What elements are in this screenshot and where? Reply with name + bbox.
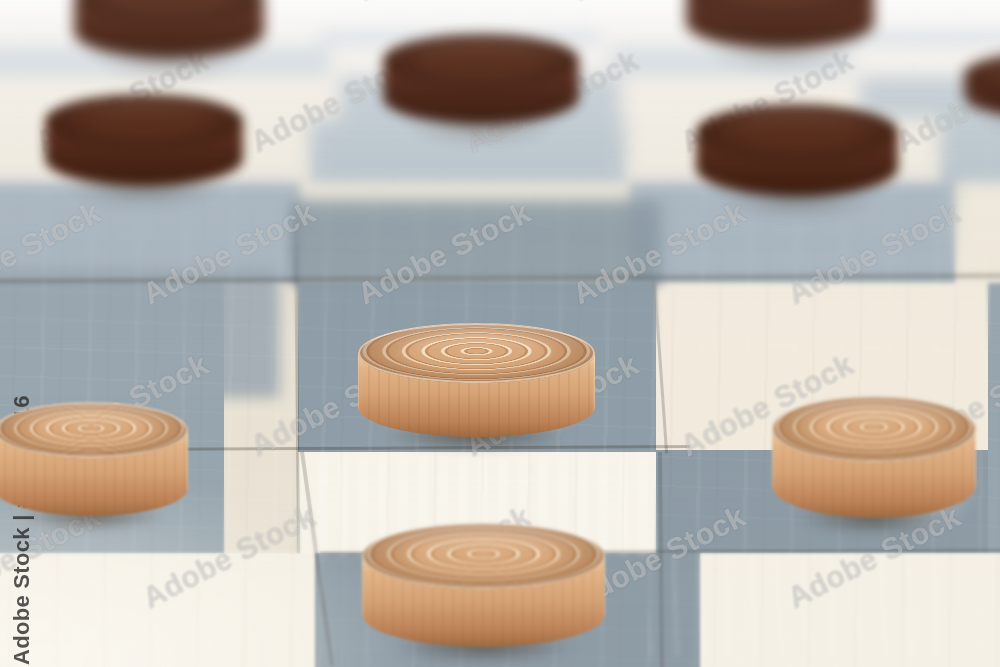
piece-top-face-rings xyxy=(772,396,976,462)
watermark-tile: Adobe Stock xyxy=(352,195,536,311)
piece-top-face-rings xyxy=(696,104,898,160)
stock-photo-stage: Adobe StockAdobe StockAdobe StockAdobe S… xyxy=(0,0,1000,667)
watermark-tile: Adobe Stock xyxy=(0,195,106,311)
checker-light-piece[interactable] xyxy=(0,402,188,516)
checker-dark-piece[interactable] xyxy=(74,0,264,58)
checker-dark-piece[interactable] xyxy=(45,94,243,186)
watermark-tile: Adobe Stock xyxy=(137,195,321,311)
checker-dark-piece[interactable] xyxy=(686,0,874,48)
checker-light-piece[interactable] xyxy=(358,323,595,437)
watermark-tile: Adobe Stock xyxy=(352,0,536,7)
checker-dark-piece[interactable] xyxy=(383,34,579,124)
piece-top-face-rings xyxy=(0,402,188,458)
piece-top-face-rings xyxy=(383,34,579,86)
watermark-tile: Adobe Stock xyxy=(567,195,751,311)
piece-top-face-rings xyxy=(45,94,243,148)
checker-dark-piece[interactable] xyxy=(964,52,1000,118)
checker-light-piece[interactable] xyxy=(362,523,605,647)
piece-top-face-rings xyxy=(358,323,595,383)
checker-dark-piece[interactable] xyxy=(696,104,898,196)
piece-top-face-rings xyxy=(362,523,605,589)
checker-light-piece[interactable] xyxy=(772,396,976,518)
